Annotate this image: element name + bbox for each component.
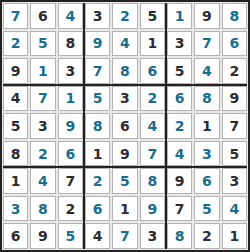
cell-r9c7[interactable]: 8	[167, 223, 192, 249]
cell-r6c3[interactable]: 6	[58, 141, 83, 167]
cell-r2c3[interactable]: 8	[58, 31, 83, 57]
cell-r6c6[interactable]: 7	[140, 141, 165, 167]
cell-r3c4[interactable]: 7	[85, 58, 110, 84]
box-3-3: 963754821	[167, 168, 247, 249]
cell-r1c9[interactable]: 8	[222, 3, 247, 29]
cell-r1c2[interactable]: 6	[30, 3, 55, 29]
box-2-3: 689217435	[167, 86, 247, 167]
cell-r4c5[interactable]: 3	[112, 86, 137, 112]
cell-r8c6[interactable]: 9	[140, 196, 165, 222]
cell-r2c8[interactable]: 7	[194, 31, 219, 57]
cell-r2c2[interactable]: 5	[30, 31, 55, 57]
cell-r5c2[interactable]: 3	[30, 113, 55, 139]
cell-r2c6[interactable]: 1	[140, 31, 165, 57]
cell-r6c8[interactable]: 3	[194, 141, 219, 167]
cell-r7c2[interactable]: 4	[30, 168, 55, 194]
cell-r3c1[interactable]: 9	[3, 58, 28, 84]
cell-r3c2[interactable]: 1	[30, 58, 55, 84]
box-1-2: 325941786	[85, 3, 165, 84]
cell-r5c7[interactable]: 2	[167, 113, 192, 139]
cell-r7c9[interactable]: 3	[222, 168, 247, 194]
cell-r7c8[interactable]: 6	[194, 168, 219, 194]
box-2-1: 471539826	[3, 86, 83, 167]
cell-r4c7[interactable]: 6	[167, 86, 192, 112]
cell-r7c3[interactable]: 7	[58, 168, 83, 194]
cell-r1c3[interactable]: 4	[58, 3, 83, 29]
cell-r5c1[interactable]: 5	[3, 113, 28, 139]
box-1-3: 198376542	[167, 3, 247, 84]
cell-r4c2[interactable]: 7	[30, 86, 55, 112]
cell-r3c5[interactable]: 8	[112, 58, 137, 84]
cell-r9c9[interactable]: 1	[222, 223, 247, 249]
cell-r6c5[interactable]: 9	[112, 141, 137, 167]
cell-r5c8[interactable]: 1	[194, 113, 219, 139]
cell-r8c7[interactable]: 7	[167, 196, 192, 222]
cell-r3c7[interactable]: 5	[167, 58, 192, 84]
sudoku-grid: 7642589133259417861983765424715398265328…	[3, 3, 247, 249]
cell-r2c4[interactable]: 9	[85, 31, 110, 57]
cell-r8c2[interactable]: 8	[30, 196, 55, 222]
cell-r5c4[interactable]: 8	[85, 113, 110, 139]
cell-r1c6[interactable]: 5	[140, 3, 165, 29]
cell-r6c9[interactable]: 5	[222, 141, 247, 167]
cell-r2c5[interactable]: 4	[112, 31, 137, 57]
cell-r1c7[interactable]: 1	[167, 3, 192, 29]
cell-r9c3[interactable]: 5	[58, 223, 83, 249]
cell-r6c4[interactable]: 1	[85, 141, 110, 167]
cell-r4c9[interactable]: 9	[222, 86, 247, 112]
cell-r1c5[interactable]: 2	[112, 3, 137, 29]
cell-r8c4[interactable]: 6	[85, 196, 110, 222]
cell-r7c6[interactable]: 8	[140, 168, 165, 194]
cell-r1c1[interactable]: 7	[3, 3, 28, 29]
cell-r3c6[interactable]: 6	[140, 58, 165, 84]
box-2-2: 532864197	[85, 86, 165, 167]
cell-r9c5[interactable]: 7	[112, 223, 137, 249]
cell-r2c9[interactable]: 6	[222, 31, 247, 57]
cell-r3c3[interactable]: 3	[58, 58, 83, 84]
cell-r9c8[interactable]: 2	[194, 223, 219, 249]
cell-r2c1[interactable]: 2	[3, 31, 28, 57]
cell-r2c7[interactable]: 3	[167, 31, 192, 57]
cell-r6c1[interactable]: 8	[3, 141, 28, 167]
cell-r3c8[interactable]: 4	[194, 58, 219, 84]
cell-r4c3[interactable]: 1	[58, 86, 83, 112]
cell-r7c4[interactable]: 2	[85, 168, 110, 194]
cell-r6c7[interactable]: 4	[167, 141, 192, 167]
cell-r9c4[interactable]: 4	[85, 223, 110, 249]
cell-r5c5[interactable]: 6	[112, 113, 137, 139]
cell-r7c7[interactable]: 9	[167, 168, 192, 194]
cell-r5c9[interactable]: 7	[222, 113, 247, 139]
cell-r1c4[interactable]: 3	[85, 3, 110, 29]
cell-r5c6[interactable]: 4	[140, 113, 165, 139]
cell-r1c8[interactable]: 9	[194, 3, 219, 29]
cell-r8c5[interactable]: 1	[112, 196, 137, 222]
cell-r4c6[interactable]: 2	[140, 86, 165, 112]
cell-r8c1[interactable]: 3	[3, 196, 28, 222]
cell-r4c8[interactable]: 8	[194, 86, 219, 112]
cell-r8c3[interactable]: 2	[58, 196, 83, 222]
cell-r8c8[interactable]: 5	[194, 196, 219, 222]
box-3-2: 258619473	[85, 168, 165, 249]
box-3-1: 147382695	[3, 168, 83, 249]
cell-r8c9[interactable]: 4	[222, 196, 247, 222]
cell-r6c2[interactable]: 2	[30, 141, 55, 167]
cell-r7c5[interactable]: 5	[112, 168, 137, 194]
cell-r7c1[interactable]: 1	[3, 168, 28, 194]
cell-r9c6[interactable]: 3	[140, 223, 165, 249]
cell-r3c9[interactable]: 2	[222, 58, 247, 84]
sudoku-board: 7642589133259417861983765424715398265328…	[0, 0, 250, 252]
box-1-1: 764258913	[3, 3, 83, 84]
cell-r4c4[interactable]: 5	[85, 86, 110, 112]
cell-r9c1[interactable]: 6	[3, 223, 28, 249]
cell-r5c3[interactable]: 9	[58, 113, 83, 139]
cell-r9c2[interactable]: 9	[30, 223, 55, 249]
cell-r4c1[interactable]: 4	[3, 86, 28, 112]
